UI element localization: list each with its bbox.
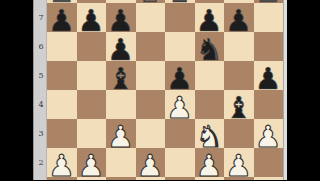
rank-label-3: 3 xyxy=(34,129,48,139)
square-c7[interactable]: ♟ xyxy=(106,3,136,32)
piece-black-pawn: ♟ xyxy=(225,6,252,36)
square-b7[interactable]: ♟ xyxy=(77,3,107,32)
square-b4[interactable] xyxy=(77,90,107,119)
rank-label-7: 7 xyxy=(34,13,48,23)
square-e8[interactable]: ♚ xyxy=(165,0,195,3)
rank-label-6: 6 xyxy=(34,42,48,52)
piece-black-pawn: ♟ xyxy=(78,6,105,36)
piece-black-bishop: ♝ xyxy=(225,93,252,123)
board-right-edge xyxy=(283,0,287,180)
square-b2[interactable]: ♟ xyxy=(77,148,107,177)
piece-black-bishop: ♝ xyxy=(107,64,134,94)
square-a2[interactable]: ♟ xyxy=(47,148,77,177)
square-d4[interactable] xyxy=(136,90,166,119)
square-e1[interactable] xyxy=(165,177,195,180)
piece-black-pawn: ♟ xyxy=(48,6,75,36)
square-a1[interactable]: ♜ xyxy=(47,177,77,180)
square-g5[interactable] xyxy=(224,61,254,90)
piece-white-pawn: ♟ xyxy=(107,122,134,152)
chess-board: ♜♛♚♜♟♟♟♟♟♟♞♝♟♟♟♝♟♞♟♟♟♟♟♟♜♞♝♛♜♚ xyxy=(47,0,283,180)
rank-label-2: 2 xyxy=(34,158,48,168)
square-f4[interactable] xyxy=(195,90,225,119)
square-f1[interactable]: ♜ xyxy=(195,177,225,180)
square-g2[interactable]: ♟ xyxy=(224,148,254,177)
piece-black-knight: ♞ xyxy=(196,35,223,65)
square-d1[interactable]: ♛ xyxy=(136,177,166,180)
square-a5[interactable] xyxy=(47,61,77,90)
square-e4[interactable]: ♟ xyxy=(165,90,195,119)
square-e6[interactable] xyxy=(165,32,195,61)
square-f7[interactable]: ♟ xyxy=(195,3,225,32)
square-g7[interactable]: ♟ xyxy=(224,3,254,32)
square-d5[interactable] xyxy=(136,61,166,90)
piece-black-rook: ♜ xyxy=(255,0,282,7)
piece-white-pawn: ♟ xyxy=(255,122,282,152)
square-d2[interactable]: ♟ xyxy=(136,148,166,177)
square-c1[interactable]: ♝ xyxy=(106,177,136,180)
square-c6[interactable]: ♟ xyxy=(106,32,136,61)
square-a3[interactable] xyxy=(47,119,77,148)
square-h5[interactable]: ♟ xyxy=(254,61,284,90)
square-h3[interactable]: ♟ xyxy=(254,119,284,148)
square-f2[interactable]: ♟ xyxy=(195,148,225,177)
piece-white-rook: ♜ xyxy=(48,180,75,181)
piece-black-king: ♚ xyxy=(166,0,193,7)
piece-white-pawn: ♟ xyxy=(166,93,193,123)
square-a4[interactable] xyxy=(47,90,77,119)
square-d3[interactable] xyxy=(136,119,166,148)
square-h6[interactable] xyxy=(254,32,284,61)
rank-label-4: 4 xyxy=(34,100,48,110)
square-f6[interactable]: ♞ xyxy=(195,32,225,61)
square-b5[interactable] xyxy=(77,61,107,90)
square-g4[interactable]: ♝ xyxy=(224,90,254,119)
square-f3[interactable]: ♞ xyxy=(195,119,225,148)
square-d8[interactable]: ♛ xyxy=(136,0,166,3)
piece-white-knight: ♞ xyxy=(78,180,105,181)
square-c3[interactable]: ♟ xyxy=(106,119,136,148)
square-d6[interactable] xyxy=(136,32,166,61)
square-h1[interactable] xyxy=(254,177,284,180)
rank-label-5: 5 xyxy=(34,71,48,81)
square-e2[interactable] xyxy=(165,148,195,177)
board-screenshot-canvas: 87654321 ♜♛♚♜♟♟♟♟♟♟♞♝♟♟♟♝♟♞♟♟♟♟♟♟♜♞♝♛♜♚ xyxy=(0,0,320,180)
square-h8[interactable]: ♜ xyxy=(254,0,284,3)
piece-white-queen: ♛ xyxy=(137,180,164,181)
rank-label-strip: 87654321 xyxy=(33,0,47,180)
square-b3[interactable] xyxy=(77,119,107,148)
square-g1[interactable]: ♚ xyxy=(224,177,254,180)
piece-black-queen: ♛ xyxy=(137,0,164,7)
square-e5[interactable]: ♟ xyxy=(165,61,195,90)
piece-black-pawn: ♟ xyxy=(255,64,282,94)
square-c5[interactable]: ♝ xyxy=(106,61,136,90)
square-a7[interactable]: ♟ xyxy=(47,3,77,32)
piece-white-bishop: ♝ xyxy=(107,180,134,181)
piece-white-king: ♚ xyxy=(225,180,252,181)
square-b1[interactable]: ♞ xyxy=(77,177,107,180)
piece-white-rook: ♜ xyxy=(196,180,223,181)
